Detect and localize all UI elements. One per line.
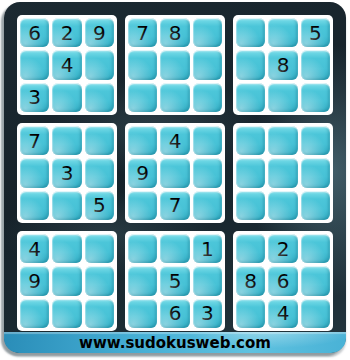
cell-r7c9[interactable] [301, 234, 330, 263]
box-6 [233, 123, 333, 223]
box-4: 735 [17, 123, 117, 223]
cell-r1c5[interactable]: 8 [160, 18, 189, 47]
cell-r3c5[interactable] [160, 83, 189, 112]
cell-r7c7[interactable] [236, 234, 265, 263]
cell-r8c1[interactable]: 9 [20, 266, 49, 295]
cell-r8c7[interactable]: 8 [236, 266, 265, 295]
cell-r1c8[interactable] [268, 18, 297, 47]
cell-r2c7[interactable] [236, 50, 265, 79]
cell-r7c4[interactable] [128, 234, 157, 263]
cell-r8c6[interactable] [193, 266, 222, 295]
cell-r6c5[interactable]: 7 [160, 191, 189, 220]
cell-r9c9[interactable] [301, 299, 330, 328]
cell-r1c7[interactable] [236, 18, 265, 47]
cell-r4c9[interactable] [301, 126, 330, 155]
cell-r2c5[interactable] [160, 50, 189, 79]
cell-r3c6[interactable] [193, 83, 222, 112]
box-3: 58 [233, 15, 333, 115]
cell-r8c2[interactable] [52, 266, 81, 295]
cell-r2c1[interactable] [20, 50, 49, 79]
cell-r5c9[interactable] [301, 158, 330, 187]
cell-r6c6[interactable] [193, 191, 222, 220]
cell-r7c5[interactable] [160, 234, 189, 263]
cell-r9c7[interactable] [236, 299, 265, 328]
cell-r6c4[interactable] [128, 191, 157, 220]
cell-r2c3[interactable] [85, 50, 114, 79]
cell-r1c6[interactable] [193, 18, 222, 47]
cell-r7c1[interactable]: 4 [20, 234, 49, 263]
cell-r5c7[interactable] [236, 158, 265, 187]
cell-r3c9[interactable] [301, 83, 330, 112]
cell-r4c4[interactable] [128, 126, 157, 155]
cell-r3c1[interactable]: 3 [20, 83, 49, 112]
cell-r7c6[interactable]: 1 [193, 234, 222, 263]
cell-r8c8[interactable]: 6 [268, 266, 297, 295]
cell-r1c9[interactable]: 5 [301, 18, 330, 47]
cell-r4c5[interactable]: 4 [160, 126, 189, 155]
cell-r8c9[interactable] [301, 266, 330, 295]
cell-r5c5[interactable] [160, 158, 189, 187]
cell-r6c7[interactable] [236, 191, 265, 220]
cell-r5c4[interactable]: 9 [128, 158, 157, 187]
cell-r3c8[interactable] [268, 83, 297, 112]
cell-r8c3[interactable] [85, 266, 114, 295]
cell-r9c1[interactable] [20, 299, 49, 328]
cell-r6c1[interactable] [20, 191, 49, 220]
cell-r2c2[interactable]: 4 [52, 50, 81, 79]
cell-r2c9[interactable] [301, 50, 330, 79]
cell-r4c3[interactable] [85, 126, 114, 155]
cell-r9c5[interactable]: 6 [160, 299, 189, 328]
cell-r8c5[interactable]: 5 [160, 266, 189, 295]
cell-r7c8[interactable]: 2 [268, 234, 297, 263]
box-7: 49 [17, 231, 117, 331]
sudoku-grid: 6294378587354974915632864 [17, 15, 333, 331]
cell-r5c3[interactable] [85, 158, 114, 187]
sudoku-board: 6294378587354974915632864 www.sudokusweb… [4, 2, 346, 353]
cell-r4c8[interactable] [268, 126, 297, 155]
website-url: www.sudokusweb.com [79, 334, 271, 352]
cell-r3c4[interactable] [128, 83, 157, 112]
box-9: 2864 [233, 231, 333, 331]
cell-r5c2[interactable]: 3 [52, 158, 81, 187]
box-5: 497 [125, 123, 225, 223]
box-1: 62943 [17, 15, 117, 115]
box-8: 1563 [125, 231, 225, 331]
cell-r4c7[interactable] [236, 126, 265, 155]
cell-r5c6[interactable] [193, 158, 222, 187]
cell-r4c2[interactable] [52, 126, 81, 155]
cell-r5c8[interactable] [268, 158, 297, 187]
cell-r7c2[interactable] [52, 234, 81, 263]
cell-r5c1[interactable] [20, 158, 49, 187]
box-2: 78 [125, 15, 225, 115]
cell-r2c4[interactable] [128, 50, 157, 79]
cell-r4c1[interactable]: 7 [20, 126, 49, 155]
cell-r1c1[interactable]: 6 [20, 18, 49, 47]
cell-r6c3[interactable]: 5 [85, 191, 114, 220]
cell-r3c2[interactable] [52, 83, 81, 112]
cell-r9c8[interactable]: 4 [268, 299, 297, 328]
cell-r1c3[interactable]: 9 [85, 18, 114, 47]
cell-r9c2[interactable] [52, 299, 81, 328]
cell-r7c3[interactable] [85, 234, 114, 263]
cell-r6c9[interactable] [301, 191, 330, 220]
cell-r9c6[interactable]: 3 [193, 299, 222, 328]
cell-r1c4[interactable]: 7 [128, 18, 157, 47]
cell-r9c3[interactable] [85, 299, 114, 328]
cell-r2c6[interactable] [193, 50, 222, 79]
cell-r9c4[interactable] [128, 299, 157, 328]
cell-r6c2[interactable] [52, 191, 81, 220]
cell-r8c4[interactable] [128, 266, 157, 295]
cell-r4c6[interactable] [193, 126, 222, 155]
cell-r2c8[interactable]: 8 [268, 50, 297, 79]
cell-r6c8[interactable] [268, 191, 297, 220]
footer-band: www.sudokusweb.com [4, 332, 346, 353]
cell-r3c7[interactable] [236, 83, 265, 112]
cell-r3c3[interactable] [85, 83, 114, 112]
cell-r1c2[interactable]: 2 [52, 18, 81, 47]
